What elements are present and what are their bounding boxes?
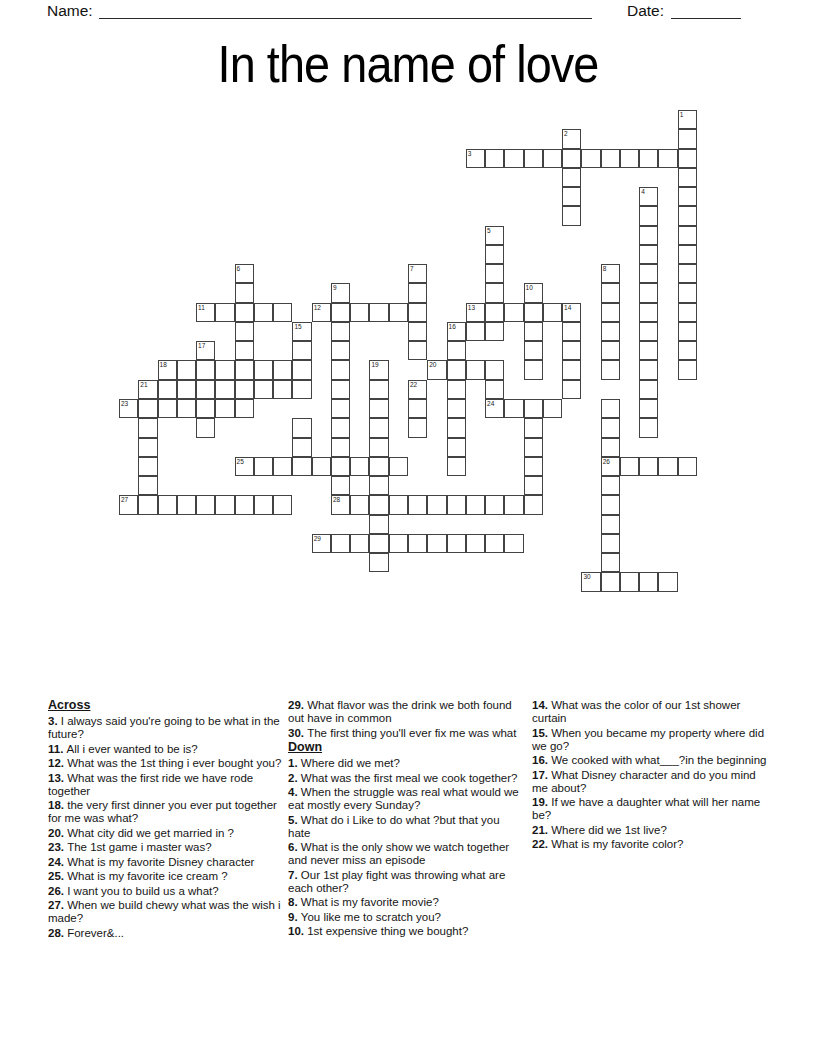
- cell-number: 27: [121, 496, 128, 503]
- grid-cell[interactable]: [350, 495, 369, 514]
- grid-cell[interactable]: [215, 495, 234, 514]
- grid-cell[interactable]: [504, 399, 523, 418]
- grid-cell[interactable]: [485, 283, 504, 302]
- grid-cell[interactable]: [639, 149, 658, 168]
- grid-cell[interactable]: 9: [331, 283, 350, 302]
- grid-cell[interactable]: [158, 495, 177, 514]
- grid-cell[interactable]: [138, 418, 157, 437]
- grid-cell[interactable]: [601, 341, 620, 360]
- cell-number: 24: [487, 400, 494, 407]
- grid-cell[interactable]: [504, 149, 523, 168]
- grid-cell[interactable]: [639, 457, 658, 476]
- cell-number: 3: [468, 150, 472, 157]
- grid-cell[interactable]: [504, 534, 523, 553]
- grid-cell[interactable]: [504, 303, 523, 322]
- grid-cell[interactable]: [562, 380, 581, 399]
- grid-cell[interactable]: [331, 360, 350, 379]
- grid-cell[interactable]: [601, 149, 620, 168]
- grid-cell[interactable]: [658, 572, 677, 591]
- cell-number: 1: [680, 111, 684, 118]
- grid-cell[interactable]: [389, 495, 408, 514]
- grid-cell[interactable]: [312, 457, 331, 476]
- grid-cell[interactable]: [292, 418, 311, 437]
- clue-down-2: 2. What was the first meal we cook toget…: [288, 772, 525, 785]
- grid-cell[interactable]: 29: [312, 534, 331, 553]
- grid-cell[interactable]: [601, 360, 620, 379]
- clue-down-10: 10. 1st expensive thing we bought?: [288, 925, 525, 938]
- grid-cell[interactable]: [504, 495, 523, 514]
- grid-cell[interactable]: [524, 438, 543, 457]
- grid-cell[interactable]: [215, 380, 234, 399]
- cell-number: 26: [603, 458, 610, 465]
- clue-number: 8.: [288, 896, 301, 908]
- clue-column-1: Across3. I always said you're going to b…: [48, 699, 286, 941]
- grid-cell[interactable]: [601, 283, 620, 302]
- grid-cell[interactable]: 19: [369, 360, 388, 379]
- grid-cell[interactable]: [678, 457, 697, 476]
- grid-cell[interactable]: [138, 399, 157, 418]
- cell-number: 10: [526, 284, 533, 291]
- grid-cell[interactable]: [524, 360, 543, 379]
- clue-number: 26.: [48, 885, 67, 897]
- clue-across-24: 24. What is my favorite Disney character: [48, 856, 286, 869]
- grid-cell[interactable]: [678, 168, 697, 187]
- clue-number: 22.: [532, 838, 551, 850]
- clue-down-17: 17. What Disney character and do you min…: [532, 769, 774, 795]
- grid-cell[interactable]: 18: [158, 360, 177, 379]
- grid-cell[interactable]: [639, 226, 658, 245]
- cell-number: 15: [294, 323, 301, 330]
- clue-across-27: 27. When we build chewy what was the wis…: [48, 899, 286, 925]
- grid-cell[interactable]: [235, 360, 254, 379]
- grid-cell[interactable]: [331, 476, 350, 495]
- grid-cell[interactable]: [485, 149, 504, 168]
- clue-down-19: 19. If we have a daughter what will her …: [532, 796, 774, 822]
- grid-cell[interactable]: [369, 534, 388, 553]
- grid-cell[interactable]: [601, 495, 620, 514]
- grid-cell[interactable]: [177, 380, 196, 399]
- cell-number: 11: [198, 304, 205, 311]
- grid-cell[interactable]: [196, 418, 215, 437]
- grid-cell[interactable]: 16: [447, 322, 466, 341]
- name-blank-line: [99, 18, 592, 19]
- grid-cell[interactable]: [678, 206, 697, 225]
- clue-number: 12.: [48, 757, 67, 769]
- grid-cell[interactable]: 15: [292, 322, 311, 341]
- cell-number: 12: [314, 304, 321, 311]
- grid-cell[interactable]: [350, 534, 369, 553]
- grid-cell[interactable]: [678, 245, 697, 264]
- grid-cell[interactable]: [562, 322, 581, 341]
- clue-down-16: 16. We cooked with what___?in the beginn…: [532, 754, 774, 767]
- grid-cell[interactable]: [485, 360, 504, 379]
- grid-cell[interactable]: [524, 341, 543, 360]
- grid-cell[interactable]: [427, 495, 446, 514]
- down-header: Down: [288, 741, 525, 754]
- grid-cell[interactable]: [562, 187, 581, 206]
- clue-number: 15.: [532, 727, 551, 739]
- grid-cell[interactable]: [273, 495, 292, 514]
- grid-cell[interactable]: [369, 476, 388, 495]
- grid-cell[interactable]: [639, 418, 658, 437]
- grid-cell[interactable]: [408, 303, 427, 322]
- grid-cell[interactable]: [639, 572, 658, 591]
- grid-cell[interactable]: [235, 322, 254, 341]
- grid-cell[interactable]: [292, 457, 311, 476]
- clue-number: 27.: [48, 899, 67, 911]
- grid-cell[interactable]: [562, 149, 581, 168]
- grid-cell[interactable]: [331, 457, 350, 476]
- grid-cell[interactable]: [620, 149, 639, 168]
- cell-number: 4: [641, 188, 645, 195]
- grid-cell[interactable]: [408, 495, 427, 514]
- grid-cell[interactable]: 24: [485, 399, 504, 418]
- grid-cell[interactable]: [639, 206, 658, 225]
- grid-cell[interactable]: [235, 283, 254, 302]
- grid-cell[interactable]: [331, 380, 350, 399]
- grid-cell[interactable]: [678, 360, 697, 379]
- clue-down-6: 6. What is the only show we watch togeth…: [288, 841, 525, 867]
- clue-number: 1.: [288, 757, 301, 769]
- grid-cell[interactable]: [601, 303, 620, 322]
- grid-cell[interactable]: [524, 418, 543, 437]
- grid-cell[interactable]: [196, 360, 215, 379]
- grid-cell[interactable]: 14: [562, 303, 581, 322]
- grid-cell[interactable]: [658, 457, 677, 476]
- grid-cell[interactable]: [524, 399, 543, 418]
- clue-number: 2.: [288, 772, 301, 784]
- clue-across-29: 29. What flavor was the drink we both fo…: [288, 699, 525, 725]
- grid-cell[interactable]: [235, 341, 254, 360]
- grid-cell[interactable]: [235, 380, 254, 399]
- grid-cell[interactable]: [254, 380, 273, 399]
- clue-across-20: 20. What city did we get married in ?: [48, 827, 286, 840]
- grid-cell[interactable]: [273, 457, 292, 476]
- cell-number: 25: [237, 458, 244, 465]
- grid-cell[interactable]: [177, 495, 196, 514]
- clue-number: 29.: [288, 699, 307, 711]
- clue-number: 3.: [48, 715, 61, 727]
- grid-cell[interactable]: [138, 457, 157, 476]
- grid-cell[interactable]: [331, 438, 350, 457]
- clue-down-9: 9. You like me to scratch you?: [288, 911, 525, 924]
- grid-cell[interactable]: 23: [119, 399, 138, 418]
- cell-number: 29: [314, 535, 321, 542]
- grid-cell[interactable]: [466, 495, 485, 514]
- clue-down-8: 8. What is my favorite movie?: [288, 896, 525, 909]
- grid-cell[interactable]: [331, 341, 350, 360]
- grid-cell[interactable]: [581, 149, 600, 168]
- grid-cell[interactable]: [235, 399, 254, 418]
- grid-cell[interactable]: [331, 418, 350, 437]
- grid-cell[interactable]: [639, 283, 658, 302]
- grid-cell[interactable]: [447, 360, 466, 379]
- clue-down-21: 21. Where did we 1st live?: [532, 824, 774, 837]
- grid-cell[interactable]: [678, 303, 697, 322]
- grid-cell[interactable]: [196, 399, 215, 418]
- grid-cell[interactable]: [369, 553, 388, 572]
- grid-cell[interactable]: [562, 341, 581, 360]
- grid-cell[interactable]: [369, 380, 388, 399]
- grid-cell[interactable]: [273, 360, 292, 379]
- grid-cell[interactable]: [485, 322, 504, 341]
- grid-cell[interactable]: [466, 322, 485, 341]
- grid-cell[interactable]: [408, 534, 427, 553]
- grid-cell[interactable]: [639, 380, 658, 399]
- grid-cell[interactable]: [485, 534, 504, 553]
- clue-number: 30.: [288, 727, 307, 739]
- grid-cell[interactable]: 28: [331, 495, 350, 514]
- clue-number: 23.: [48, 841, 67, 853]
- grid-cell[interactable]: [447, 457, 466, 476]
- clue-number: 7.: [288, 869, 301, 881]
- across-header: Across: [48, 699, 286, 712]
- grid-cell[interactable]: [601, 476, 620, 495]
- grid-cell[interactable]: [639, 303, 658, 322]
- grid-cell[interactable]: [369, 457, 388, 476]
- grid-cell[interactable]: [292, 380, 311, 399]
- clue-number: 5.: [288, 814, 301, 826]
- cell-number: 7: [410, 265, 414, 272]
- cell-number: 28: [333, 496, 340, 503]
- grid-cell[interactable]: [620, 457, 639, 476]
- grid-cell[interactable]: [601, 438, 620, 457]
- clue-down-7: 7. Our 1st play fight was throwing what …: [288, 869, 525, 895]
- grid-cell[interactable]: [639, 360, 658, 379]
- grid-cell[interactable]: [254, 303, 273, 322]
- grid-cell[interactable]: [524, 303, 543, 322]
- name-label: Name:: [47, 2, 93, 20]
- puzzle-title: In the name of love: [41, 36, 775, 92]
- grid-cell[interactable]: [447, 534, 466, 553]
- clue-across-25: 25. What is my favorite ice cream ?: [48, 870, 286, 883]
- grid-cell[interactable]: [562, 206, 581, 225]
- grid-cell[interactable]: [601, 418, 620, 437]
- grid-cell[interactable]: [215, 303, 234, 322]
- grid-cell[interactable]: [292, 341, 311, 360]
- grid-cell[interactable]: 30: [581, 572, 600, 591]
- clue-number: 28.: [48, 927, 67, 939]
- grid-cell[interactable]: [158, 380, 177, 399]
- cell-number: 17: [198, 342, 205, 349]
- grid-cell[interactable]: [485, 380, 504, 399]
- cell-number: 16: [449, 323, 456, 330]
- clue-across-3: 3. I always said you're going to be what…: [48, 715, 286, 741]
- grid-cell[interactable]: [447, 399, 466, 418]
- clue-across-30: 30. The first thing you'll ever fix me w…: [288, 727, 525, 740]
- grid-cell[interactable]: [369, 418, 388, 437]
- grid-cell[interactable]: [292, 360, 311, 379]
- clue-across-18: 18. the very first dinner you ever put t…: [48, 799, 286, 825]
- grid-cell[interactable]: 26: [601, 457, 620, 476]
- grid-cell[interactable]: [447, 418, 466, 437]
- grid-cell[interactable]: [601, 534, 620, 553]
- grid-cell[interactable]: [427, 534, 446, 553]
- grid-cell[interactable]: [369, 495, 388, 514]
- grid-cell[interactable]: [196, 380, 215, 399]
- grid-cell[interactable]: [350, 303, 369, 322]
- grid-cell[interactable]: [215, 399, 234, 418]
- grid-cell[interactable]: [678, 129, 697, 148]
- cell-number: 14: [564, 304, 571, 311]
- grid-cell[interactable]: [215, 360, 234, 379]
- grid-cell[interactable]: [369, 303, 388, 322]
- grid-cell[interactable]: [639, 245, 658, 264]
- grid-cell[interactable]: 22: [408, 380, 427, 399]
- grid-cell[interactable]: [158, 399, 177, 418]
- clue-number: 9.: [288, 911, 301, 923]
- grid-cell[interactable]: [273, 303, 292, 322]
- grid-cell[interactable]: [639, 264, 658, 283]
- grid-cell[interactable]: [408, 399, 427, 418]
- grid-cell[interactable]: [524, 322, 543, 341]
- grid-cell[interactable]: [196, 495, 215, 514]
- grid-cell[interactable]: [466, 360, 485, 379]
- grid-cell[interactable]: [331, 322, 350, 341]
- grid-cell[interactable]: [601, 572, 620, 591]
- cell-number: 18: [160, 361, 167, 368]
- crossword-grid: 1234567891011121314151617181920212223242…: [119, 110, 697, 592]
- grid-cell[interactable]: [369, 399, 388, 418]
- clue-number: 11.: [48, 743, 67, 755]
- grid-cell[interactable]: [254, 495, 273, 514]
- clue-across-11: 11. All i ever wanted to be is?: [48, 743, 286, 756]
- grid-cell[interactable]: 12: [312, 303, 331, 322]
- grid-cell[interactable]: [369, 438, 388, 457]
- grid-cell[interactable]: [678, 226, 697, 245]
- grid-cell[interactable]: 10: [524, 283, 543, 302]
- clue-number: 25.: [48, 870, 67, 882]
- grid-cell[interactable]: [601, 553, 620, 572]
- grid-cell[interactable]: 5: [485, 226, 504, 245]
- grid-cell[interactable]: [408, 341, 427, 360]
- grid-cell[interactable]: [543, 399, 562, 418]
- grid-cell[interactable]: [331, 303, 350, 322]
- grid-cell[interactable]: [235, 495, 254, 514]
- cell-number: 21: [140, 381, 147, 388]
- grid-cell[interactable]: 21: [138, 380, 157, 399]
- grid-cell[interactable]: [485, 264, 504, 283]
- grid-cell[interactable]: [331, 534, 350, 553]
- clue-number: 18.: [48, 799, 67, 811]
- grid-cell[interactable]: [177, 360, 196, 379]
- grid-cell[interactable]: [678, 149, 697, 168]
- grid-cell[interactable]: 4: [639, 187, 658, 206]
- clue-number: 16.: [532, 754, 551, 766]
- grid-cell[interactable]: [447, 495, 466, 514]
- grid-cell[interactable]: [485, 303, 504, 322]
- grid-cell[interactable]: 27: [119, 495, 138, 514]
- grid-cell[interactable]: [408, 418, 427, 437]
- cell-number: 19: [371, 361, 378, 368]
- grid-cell[interactable]: [331, 399, 350, 418]
- grid-cell[interactable]: [485, 495, 504, 514]
- grid-cell[interactable]: [369, 515, 388, 534]
- grid-cell[interactable]: 3: [466, 149, 485, 168]
- cell-number: 8: [603, 265, 607, 272]
- grid-cell[interactable]: [678, 283, 697, 302]
- grid-cell[interactable]: [177, 399, 196, 418]
- grid-cell[interactable]: [524, 149, 543, 168]
- grid-cell[interactable]: [620, 572, 639, 591]
- grid-cell[interactable]: [254, 457, 273, 476]
- grid-cell[interactable]: 1: [678, 110, 697, 129]
- grid-cell[interactable]: [639, 399, 658, 418]
- grid-cell[interactable]: [524, 476, 543, 495]
- cell-number: 6: [237, 265, 241, 272]
- grid-cell[interactable]: [389, 457, 408, 476]
- grid-cell[interactable]: [601, 515, 620, 534]
- grid-cell[interactable]: 17: [196, 341, 215, 360]
- clue-number: 10.: [288, 925, 307, 937]
- grid-cell[interactable]: [235, 303, 254, 322]
- grid-cell[interactable]: [292, 438, 311, 457]
- grid-cell[interactable]: 2: [562, 129, 581, 148]
- grid-cell[interactable]: 7: [408, 264, 427, 283]
- grid-cell[interactable]: [601, 322, 620, 341]
- grid-cell[interactable]: 11: [196, 303, 215, 322]
- grid-cell[interactable]: [485, 245, 504, 264]
- grid-cell[interactable]: [543, 149, 562, 168]
- grid-cell[interactable]: [138, 476, 157, 495]
- grid-cell[interactable]: [658, 149, 677, 168]
- grid-cell[interactable]: [562, 360, 581, 379]
- grid-cell[interactable]: 6: [235, 264, 254, 283]
- clue-column-3: 14. What was the color of our 1st shower…: [532, 699, 774, 853]
- grid-cell[interactable]: [524, 495, 543, 514]
- grid-cell[interactable]: [447, 380, 466, 399]
- grid-cell[interactable]: [543, 303, 562, 322]
- grid-cell[interactable]: [601, 399, 620, 418]
- grid-cell[interactable]: [678, 341, 697, 360]
- grid-cell[interactable]: [678, 264, 697, 283]
- grid-cell[interactable]: [389, 534, 408, 553]
- date-blank-line: [671, 18, 741, 19]
- clue-across-23: 23. The 1st game i master was?: [48, 841, 286, 854]
- grid-cell[interactable]: [389, 303, 408, 322]
- grid-cell[interactable]: [408, 322, 427, 341]
- grid-cell[interactable]: [466, 534, 485, 553]
- grid-cell[interactable]: [639, 341, 658, 360]
- grid-cell[interactable]: [350, 457, 369, 476]
- grid-cell[interactable]: [138, 438, 157, 457]
- clue-down-1: 1. Where did we met?: [288, 757, 525, 770]
- grid-cell[interactable]: [447, 341, 466, 360]
- grid-cell[interactable]: 13: [466, 303, 485, 322]
- clue-number: 14.: [532, 699, 551, 711]
- clue-across-28: 28. Forever&...: [48, 927, 286, 940]
- grid-cell[interactable]: 20: [427, 360, 446, 379]
- grid-cell[interactable]: [273, 380, 292, 399]
- clue-across-26: 26. I want you to build us a what?: [48, 885, 286, 898]
- grid-cell[interactable]: [639, 322, 658, 341]
- grid-cell[interactable]: [562, 168, 581, 187]
- grid-cell[interactable]: [678, 322, 697, 341]
- grid-cell[interactable]: 8: [601, 264, 620, 283]
- clue-across-13: 13. What was the first ride we have rode…: [48, 772, 286, 798]
- clue-number: 21.: [532, 824, 551, 836]
- grid-cell[interactable]: [254, 360, 273, 379]
- grid-cell[interactable]: 25: [235, 457, 254, 476]
- grid-cell[interactable]: [524, 457, 543, 476]
- grid-cell[interactable]: [138, 495, 157, 514]
- grid-cell[interactable]: [678, 187, 697, 206]
- grid-cell[interactable]: [408, 283, 427, 302]
- clue-down-22: 22. What is my favorite color?: [532, 838, 774, 851]
- clue-number: 24.: [48, 856, 67, 868]
- date-label: Date:: [627, 2, 664, 20]
- grid-cell[interactable]: [447, 438, 466, 457]
